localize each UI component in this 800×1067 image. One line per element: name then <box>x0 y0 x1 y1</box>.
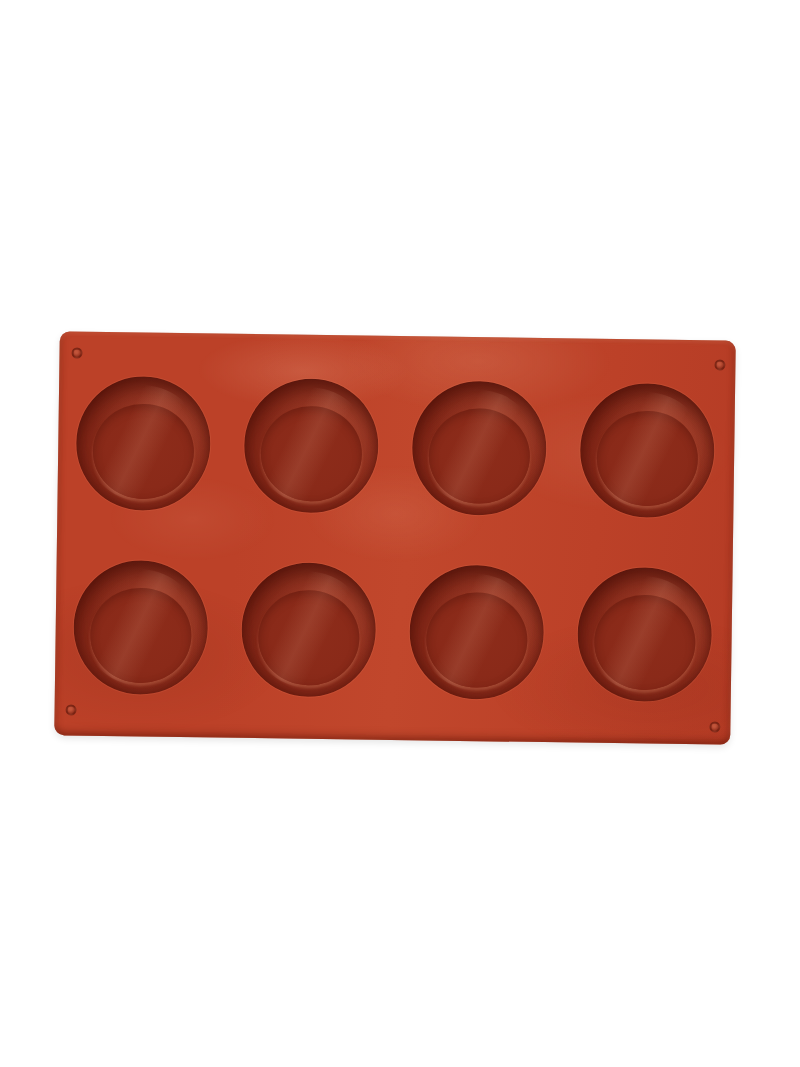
mold-cavity <box>73 560 209 696</box>
mold-cavity <box>411 380 547 516</box>
mold-cavity <box>241 562 377 698</box>
mold-cavity <box>75 376 211 512</box>
mold-cavity <box>409 564 545 700</box>
mold-cavity <box>243 378 379 514</box>
cavity-grid <box>54 331 736 744</box>
silicone-mold <box>54 331 736 744</box>
product-photo <box>0 0 800 1067</box>
mold-cavity <box>579 383 715 519</box>
mold-cavity <box>577 567 713 703</box>
